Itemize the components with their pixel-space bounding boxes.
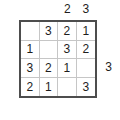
cell-r4c3[interactable] [58, 78, 77, 97]
top-clue-c1 [21, 1, 40, 17]
cell-r2c4[interactable]: 2 [77, 41, 96, 60]
cell-r1c3[interactable]: 2 [58, 22, 77, 41]
cell-r3c1[interactable]: 3 [21, 59, 40, 78]
top-clue-c2 [40, 1, 59, 17]
right-clue-r1 [98, 21, 119, 40]
cell-r2c2[interactable] [40, 41, 59, 60]
puzzle-page: 2 3 3 3 2 1 1 3 2 3 2 1 2 1 3 [0, 0, 120, 120]
puzzle-board: 3 2 1 1 3 2 3 2 1 2 1 3 [19, 20, 97, 98]
cell-r1c4[interactable]: 1 [77, 22, 96, 41]
top-clues-row: 2 3 [21, 1, 95, 17]
cell-r1c1[interactable] [21, 22, 40, 41]
cell-r1c2[interactable]: 3 [40, 22, 59, 41]
cell-r2c1[interactable]: 1 [21, 41, 40, 60]
cell-r4c2[interactable]: 1 [40, 78, 59, 97]
cell-r3c3[interactable]: 1 [58, 59, 77, 78]
cell-r3c4[interactable] [77, 59, 96, 78]
right-clue-r4 [98, 77, 119, 96]
cell-r3c2[interactable]: 2 [40, 59, 59, 78]
top-clue-c3: 2 [58, 1, 77, 17]
cell-r4c4[interactable]: 3 [77, 78, 96, 97]
right-clue-r2 [98, 40, 119, 59]
right-clues-column: 3 [98, 21, 119, 95]
right-clue-r3: 3 [98, 58, 119, 77]
cell-r2c3[interactable]: 3 [58, 41, 77, 60]
cell-r4c1[interactable]: 2 [21, 78, 40, 97]
top-clue-c4: 3 [77, 1, 96, 17]
